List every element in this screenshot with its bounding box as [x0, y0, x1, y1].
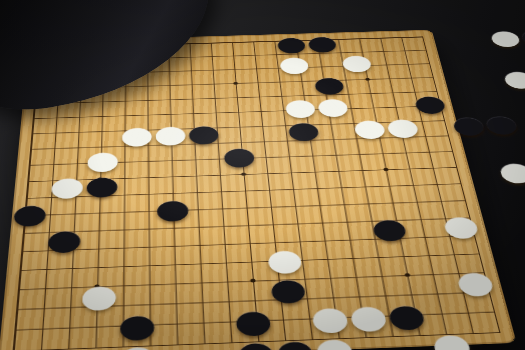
white-stone[interactable]: ● [453, 267, 498, 298]
black-stone[interactable]: ● [384, 299, 428, 331]
white-stone[interactable]: ● [80, 280, 119, 312]
white-stone[interactable]: ● [429, 329, 475, 350]
white-stone[interactable]: ● [313, 333, 357, 350]
white-stone[interactable]: ● [384, 115, 422, 139]
white-stone[interactable]: ● [495, 159, 525, 185]
white-stone[interactable]: ● [351, 116, 389, 140]
white-stone[interactable]: ● [339, 52, 374, 74]
black-stone[interactable]: ● [11, 200, 49, 228]
hoshi-point [383, 168, 389, 171]
white-stone[interactable]: ● [265, 245, 305, 275]
white-stone[interactable]: ● [117, 340, 157, 350]
white-stone[interactable]: ● [277, 53, 311, 75]
black-stone[interactable]: ● [305, 33, 339, 54]
black-stone[interactable]: ● [235, 336, 277, 350]
black-stone[interactable]: ● [37, 343, 79, 350]
white-stone[interactable]: ● [315, 95, 351, 118]
black-stone[interactable]: ● [45, 225, 83, 254]
photo-stage: ●●●●●●●●●●●●●●●●●●●●●●●●●●●●●●●●●●●●●●●●… [0, 0, 525, 350]
hoshi-point [404, 273, 410, 277]
black-stone[interactable]: ● [274, 335, 317, 350]
black-stone[interactable]: ● [233, 305, 274, 338]
black-stone[interactable]: ● [268, 274, 309, 305]
white-stone[interactable]: ● [49, 173, 85, 200]
black-stone[interactable]: ● [221, 143, 257, 168]
white-stone[interactable]: ● [347, 301, 390, 333]
black-stone[interactable]: ● [481, 112, 521, 136]
black-stone[interactable]: ● [285, 118, 321, 142]
black-stone[interactable]: ● [84, 172, 120, 199]
white-stone[interactable]: ● [309, 302, 352, 335]
white-stone[interactable]: ● [500, 67, 525, 89]
hoshi-point [250, 279, 256, 283]
black-stone[interactable]: ● [411, 92, 449, 115]
black-stone[interactable]: ● [369, 214, 410, 242]
hoshi-point [365, 78, 370, 81]
white-stone[interactable]: ● [153, 122, 187, 146]
black-stone[interactable]: ● [155, 195, 191, 223]
hoshi-point [241, 173, 246, 176]
white-stone[interactable]: ● [120, 123, 154, 148]
black-stone[interactable]: ● [118, 309, 157, 342]
hoshi-point [233, 82, 238, 85]
white-stone[interactable]: ● [439, 212, 481, 240]
black-stone[interactable]: ● [187, 121, 222, 145]
